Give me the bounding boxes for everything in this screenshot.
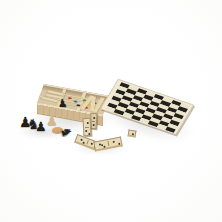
black-knight-lying: ♞ <box>59 126 74 140</box>
black-pawn-2: ♟ <box>35 120 47 133</box>
wooden-die <box>128 129 137 137</box>
domino-standing-front <box>83 118 92 136</box>
natural-wood-pawn: ♟ <box>46 114 58 127</box>
product-photo-wooden-game-set: ♟ ♟ ♞ ♟ ♟ ♞ <box>0 0 222 222</box>
